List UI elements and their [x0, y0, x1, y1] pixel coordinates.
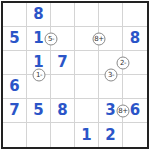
grid-cell-r1c2[interactable]: 8	[27, 3, 51, 27]
given-digit: 6	[9, 79, 19, 94]
grid-cell-r3c1[interactable]	[3, 51, 27, 75]
given-digit: 8	[57, 103, 67, 118]
given-digit: 1	[33, 31, 43, 46]
grid-cell-r4c4[interactable]	[75, 75, 99, 99]
given-digit: 7	[57, 55, 67, 70]
clue-label: 3-	[108, 72, 114, 79]
grid-cell-r5c2[interactable]: 5	[27, 99, 51, 123]
clue-circle-8+: 8+	[93, 33, 106, 46]
given-digit: 5	[33, 103, 43, 118]
grid-cell-r3c4[interactable]	[75, 51, 99, 75]
clue-circle-3-: 3-	[105, 69, 118, 82]
given-digit: 1	[81, 128, 91, 143]
given-digit: 2	[105, 128, 115, 143]
grid-cell-r2c1[interactable]: 5	[3, 27, 27, 51]
clue-circle-5-: 5-	[45, 33, 58, 46]
grid-cell-r6c6[interactable]	[123, 123, 147, 147]
clue-label: 8+	[118, 108, 127, 115]
grid-cell-r1c4[interactable]	[75, 3, 99, 27]
clue-circle-2-: 2-	[117, 57, 130, 70]
grid-cell-r6c4[interactable]: 1	[75, 123, 99, 147]
grid-cell-r5c1[interactable]: 7	[3, 99, 27, 123]
clue-label: 1-	[36, 72, 42, 79]
grid-cell-r5c4[interactable]	[75, 99, 99, 123]
grid-cell-r4c1[interactable]: 6	[3, 75, 27, 99]
given-digit: 5	[9, 31, 19, 46]
grid-cell-r1c1[interactable]	[3, 3, 27, 27]
grid-cell-r3c3[interactable]: 7	[51, 51, 75, 75]
grid-cell-r2c6[interactable]: 8	[123, 27, 147, 51]
grid-cell-r6c5[interactable]: 2	[99, 123, 123, 147]
clue-label: 8+	[94, 36, 103, 43]
grid-cell-r6c3[interactable]	[51, 123, 75, 147]
grid-cell-r6c2[interactable]	[27, 123, 51, 147]
grid-cell-r4c3[interactable]	[51, 75, 75, 99]
grid-cell-r4c6[interactable]	[123, 75, 147, 99]
given-digit: 3	[105, 103, 115, 118]
clue-label: 5-	[48, 36, 54, 43]
clue-label: 2-	[120, 60, 126, 67]
given-digit: 8	[33, 7, 43, 22]
clue-circle-8+: 8+	[117, 105, 130, 118]
clue-circle-1-: 1-	[33, 69, 46, 82]
given-digit: 6	[130, 103, 140, 118]
given-digit: 7	[9, 103, 19, 118]
given-digit: 8	[130, 31, 140, 46]
grid-cell-r1c5[interactable]	[99, 3, 123, 27]
grid-cell-r6c1[interactable]	[3, 123, 27, 147]
puzzle-grid: 85181767583612	[3, 3, 147, 147]
grid-cell-r1c6[interactable]	[123, 3, 147, 27]
puzzle-board: 85181767583612 5-8+2-1-3-8+	[1, 1, 149, 149]
grid-cell-r5c3[interactable]: 8	[51, 99, 75, 123]
grid-cell-r1c3[interactable]	[51, 3, 75, 27]
